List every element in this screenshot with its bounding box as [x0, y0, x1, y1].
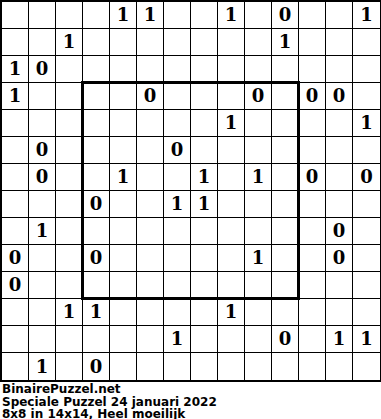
cell-r5-c9: 1: [218, 110, 245, 137]
cell-r4-c12: 0: [299, 83, 326, 110]
cell-r8-c11[interactable]: [272, 191, 299, 218]
cell-r9-c6[interactable]: [137, 218, 164, 245]
cell-r9-c4[interactable]: [83, 218, 110, 245]
cell-r5-c2[interactable]: [29, 110, 56, 137]
cell-r3-c3[interactable]: [56, 56, 83, 83]
cell-r14-c1[interactable]: [2, 353, 29, 380]
cell-r4-c10: 0: [245, 83, 272, 110]
cell-r12-c14[interactable]: [353, 299, 380, 326]
cell-r13-c10[interactable]: [245, 326, 272, 353]
cell-r12-c3: 1: [56, 299, 83, 326]
cell-r8-c13[interactable]: [326, 191, 353, 218]
cell-r11-c5[interactable]: [110, 272, 137, 299]
cell-r8-c4: 0: [83, 191, 110, 218]
cell-r13-c3[interactable]: [56, 326, 83, 353]
cell-r4-c14[interactable]: [353, 83, 380, 110]
cell-r14-c13[interactable]: [326, 353, 353, 380]
cell-r6-c11[interactable]: [272, 137, 299, 164]
cell-r3-c9[interactable]: [218, 56, 245, 83]
cell-r10-c3[interactable]: [56, 245, 83, 272]
cell-r4-c13: 0: [326, 83, 353, 110]
cell-r1-c11: 0: [272, 2, 299, 29]
cell-r2-c4[interactable]: [83, 29, 110, 56]
cell-r10-c8[interactable]: [191, 245, 218, 272]
cell-r5-c11[interactable]: [272, 110, 299, 137]
cell-r9-c11[interactable]: [272, 218, 299, 245]
cell-r7-c11[interactable]: [272, 164, 299, 191]
cell-r10-c12[interactable]: [299, 245, 326, 272]
cell-r7-c1[interactable]: [2, 164, 29, 191]
cell-r4-c5[interactable]: [110, 83, 137, 110]
cell-r9-c3[interactable]: [56, 218, 83, 245]
cell-r6-c13[interactable]: [326, 137, 353, 164]
cell-r13-c14: 1: [353, 326, 380, 353]
cell-r7-c3[interactable]: [56, 164, 83, 191]
cell-r12-c6[interactable]: [137, 299, 164, 326]
cell-r6-c10[interactable]: [245, 137, 272, 164]
cell-r3-c6[interactable]: [137, 56, 164, 83]
cell-r3-c2: 0: [29, 56, 56, 83]
puzzle-board-cells: 1110111101000011000111000111000100111101…: [2, 2, 380, 380]
cell-r5-c10[interactable]: [245, 110, 272, 137]
cell-r8-c14[interactable]: [353, 191, 380, 218]
cell-r9-c2: 1: [29, 218, 56, 245]
cell-r1-c6: 1: [137, 2, 164, 29]
cell-r13-c8[interactable]: [191, 326, 218, 353]
cell-r4-c9[interactable]: [218, 83, 245, 110]
cell-r9-c13: 0: [326, 218, 353, 245]
cell-r11-c6[interactable]: [137, 272, 164, 299]
cell-r7-c7[interactable]: [164, 164, 191, 191]
cell-r8-c5[interactable]: [110, 191, 137, 218]
cell-r2-c11: 1: [272, 29, 299, 56]
cell-r10-c9[interactable]: [218, 245, 245, 272]
cell-r1-c3[interactable]: [56, 2, 83, 29]
cell-r13-c12[interactable]: [299, 326, 326, 353]
cell-r3-c14[interactable]: [353, 56, 380, 83]
cell-r12-c2[interactable]: [29, 299, 56, 326]
cell-r4-c7[interactable]: [164, 83, 191, 110]
cell-r2-c8[interactable]: [191, 29, 218, 56]
cell-r12-c4: 1: [83, 299, 110, 326]
cell-r5-c14: 1: [353, 110, 380, 137]
cell-r9-c10[interactable]: [245, 218, 272, 245]
cell-r12-c11[interactable]: [272, 299, 299, 326]
cell-r7-c4[interactable]: [83, 164, 110, 191]
cell-r5-c1[interactable]: [2, 110, 29, 137]
cell-r8-c10[interactable]: [245, 191, 272, 218]
cell-r8-c9[interactable]: [218, 191, 245, 218]
cell-r3-c8[interactable]: [191, 56, 218, 83]
cell-r13-c11: 0: [272, 326, 299, 353]
cell-r7-c10: 1: [245, 164, 272, 191]
cell-r2-c5[interactable]: [110, 29, 137, 56]
cell-r13-c1[interactable]: [2, 326, 29, 353]
cell-r11-c14[interactable]: [353, 272, 380, 299]
cell-r8-c2[interactable]: [29, 191, 56, 218]
cell-r10-c5[interactable]: [110, 245, 137, 272]
cell-r7-c12: 0: [299, 164, 326, 191]
cell-r10-c14[interactable]: [353, 245, 380, 272]
cell-r4-c4[interactable]: [83, 83, 110, 110]
cell-r3-c7[interactable]: [164, 56, 191, 83]
cell-r4-c6: 0: [137, 83, 164, 110]
cell-r9-c5[interactable]: [110, 218, 137, 245]
cell-r9-c9[interactable]: [218, 218, 245, 245]
cell-r7-c2: 0: [29, 164, 56, 191]
cell-r14-c11[interactable]: [272, 353, 299, 380]
cell-r3-c5[interactable]: [110, 56, 137, 83]
cell-r13-c4[interactable]: [83, 326, 110, 353]
cell-r14-c2: 1: [29, 353, 56, 380]
cell-r7-c9[interactable]: [218, 164, 245, 191]
cell-r6-c4[interactable]: [83, 137, 110, 164]
site-name: BinairePuzzel.net: [2, 383, 381, 396]
cell-r2-c6[interactable]: [137, 29, 164, 56]
cell-r4-c2[interactable]: [29, 83, 56, 110]
cell-r6-c6[interactable]: [137, 137, 164, 164]
cell-r5-c12[interactable]: [299, 110, 326, 137]
cell-r6-c1[interactable]: [2, 137, 29, 164]
cell-r13-c9[interactable]: [218, 326, 245, 353]
cell-r1-c5: 1: [110, 2, 137, 29]
cell-r5-c4[interactable]: [83, 110, 110, 137]
cell-r7-c13[interactable]: [326, 164, 353, 191]
cell-r8-c12[interactable]: [299, 191, 326, 218]
cell-r8-c1[interactable]: [2, 191, 29, 218]
cell-r11-c12[interactable]: [299, 272, 326, 299]
cell-r12-c12[interactable]: [299, 299, 326, 326]
cell-r11-c10[interactable]: [245, 272, 272, 299]
cell-r9-c7[interactable]: [164, 218, 191, 245]
cell-r7-c8: 1: [191, 164, 218, 191]
cell-r11-c7[interactable]: [164, 272, 191, 299]
cell-r9-c14[interactable]: [353, 218, 380, 245]
cell-r14-c8[interactable]: [191, 353, 218, 380]
cell-r14-c5[interactable]: [110, 353, 137, 380]
cell-r2-c2[interactable]: [29, 29, 56, 56]
cell-r13-c5[interactable]: [110, 326, 137, 353]
cell-r14-c14[interactable]: [353, 353, 380, 380]
cell-r11-c1: 0: [2, 272, 29, 299]
cell-r10-c1: 0: [2, 245, 29, 272]
cell-r10-c11[interactable]: [272, 245, 299, 272]
footer: BinairePuzzel.net Speciale Puzzel 24 jan…: [0, 382, 381, 419]
cell-r1-c1[interactable]: [2, 2, 29, 29]
cell-r4-c11[interactable]: [272, 83, 299, 110]
cell-r2-c13[interactable]: [326, 29, 353, 56]
cell-r2-c3: 1: [56, 29, 83, 56]
cell-r1-c14: 1: [353, 2, 380, 29]
cell-r12-c1[interactable]: [2, 299, 29, 326]
cell-r14-c4: 0: [83, 353, 110, 380]
cell-r2-c12[interactable]: [299, 29, 326, 56]
cell-r1-c2[interactable]: [29, 2, 56, 29]
cell-r8-c8: 1: [191, 191, 218, 218]
cell-r14-c6[interactable]: [137, 353, 164, 380]
cell-r7-c5: 1: [110, 164, 137, 191]
cell-r8-c3[interactable]: [56, 191, 83, 218]
cell-r3-c11[interactable]: [272, 56, 299, 83]
cell-r1-c13[interactable]: [326, 2, 353, 29]
cell-r8-c7: 1: [164, 191, 191, 218]
cell-r13-c13: 1: [326, 326, 353, 353]
cell-r3-c10[interactable]: [245, 56, 272, 83]
cell-r10-c10: 1: [245, 245, 272, 272]
cell-r3-c13[interactable]: [326, 56, 353, 83]
cell-r13-c7: 1: [164, 326, 191, 353]
cell-r11-c11[interactable]: [272, 272, 299, 299]
cell-r4-c8[interactable]: [191, 83, 218, 110]
cell-r12-c9: 1: [218, 299, 245, 326]
cell-r10-c7[interactable]: [164, 245, 191, 272]
cell-r13-c6[interactable]: [137, 326, 164, 353]
cell-r5-c7[interactable]: [164, 110, 191, 137]
cell-r1-c9: 1: [218, 2, 245, 29]
cell-r10-c6[interactable]: [137, 245, 164, 272]
cell-r3-c12[interactable]: [299, 56, 326, 83]
cell-r6-c12[interactable]: [299, 137, 326, 164]
cell-r6-c2: 0: [29, 137, 56, 164]
cell-r5-c3[interactable]: [56, 110, 83, 137]
cell-r2-c14[interactable]: [353, 29, 380, 56]
cell-r12-c7[interactable]: [164, 299, 191, 326]
puzzle-board: 1110111101000011000111000111000100111101…: [0, 0, 381, 382]
cell-r12-c5[interactable]: [110, 299, 137, 326]
cell-r12-c10[interactable]: [245, 299, 272, 326]
cell-r10-c2[interactable]: [29, 245, 56, 272]
cell-r6-c9[interactable]: [218, 137, 245, 164]
cell-r7-c6[interactable]: [137, 164, 164, 191]
cell-r1-c8[interactable]: [191, 2, 218, 29]
cell-r12-c8[interactable]: [191, 299, 218, 326]
cell-r8-c6[interactable]: [137, 191, 164, 218]
cell-r4-c3[interactable]: [56, 83, 83, 110]
cell-r1-c10[interactable]: [245, 2, 272, 29]
cell-r2-c10[interactable]: [245, 29, 272, 56]
cell-r14-c9[interactable]: [218, 353, 245, 380]
cell-r10-c4: 0: [83, 245, 110, 272]
cell-r1-c7[interactable]: [164, 2, 191, 29]
cell-r14-c7[interactable]: [164, 353, 191, 380]
cell-r6-c3[interactable]: [56, 137, 83, 164]
cell-r5-c5[interactable]: [110, 110, 137, 137]
cell-r13-c2[interactable]: [29, 326, 56, 353]
cell-r2-c7[interactable]: [164, 29, 191, 56]
puzzle-subtitle: 8x8 in 14x14, Heel moeilijk: [2, 408, 381, 419]
cell-r11-c9[interactable]: [218, 272, 245, 299]
cell-r11-c8[interactable]: [191, 272, 218, 299]
cell-r6-c14[interactable]: [353, 137, 380, 164]
cell-r10-c13: 0: [326, 245, 353, 272]
cell-r5-c6[interactable]: [137, 110, 164, 137]
cell-r6-c7: 0: [164, 137, 191, 164]
cell-r9-c8[interactable]: [191, 218, 218, 245]
cell-r3-c4[interactable]: [83, 56, 110, 83]
cell-r6-c5[interactable]: [110, 137, 137, 164]
cell-r11-c2[interactable]: [29, 272, 56, 299]
cell-r4-c1: 1: [2, 83, 29, 110]
cell-r9-c1[interactable]: [2, 218, 29, 245]
cell-r2-c9[interactable]: [218, 29, 245, 56]
cell-r5-c8[interactable]: [191, 110, 218, 137]
cell-r7-c14: 0: [353, 164, 380, 191]
cell-r11-c4[interactable]: [83, 272, 110, 299]
cell-r14-c3[interactable]: [56, 353, 83, 380]
cell-r1-c4[interactable]: [83, 2, 110, 29]
cell-r14-c10[interactable]: [245, 353, 272, 380]
cell-r6-c8[interactable]: [191, 137, 218, 164]
cell-r12-c13[interactable]: [326, 299, 353, 326]
cell-r1-c12[interactable]: [299, 2, 326, 29]
cell-r5-c13[interactable]: [326, 110, 353, 137]
cell-r11-c3[interactable]: [56, 272, 83, 299]
cell-r11-c13[interactable]: [326, 272, 353, 299]
cell-r14-c12[interactable]: [299, 353, 326, 380]
cell-r9-c12[interactable]: [299, 218, 326, 245]
cell-r2-c1[interactable]: [2, 29, 29, 56]
cell-r3-c1: 1: [2, 56, 29, 83]
